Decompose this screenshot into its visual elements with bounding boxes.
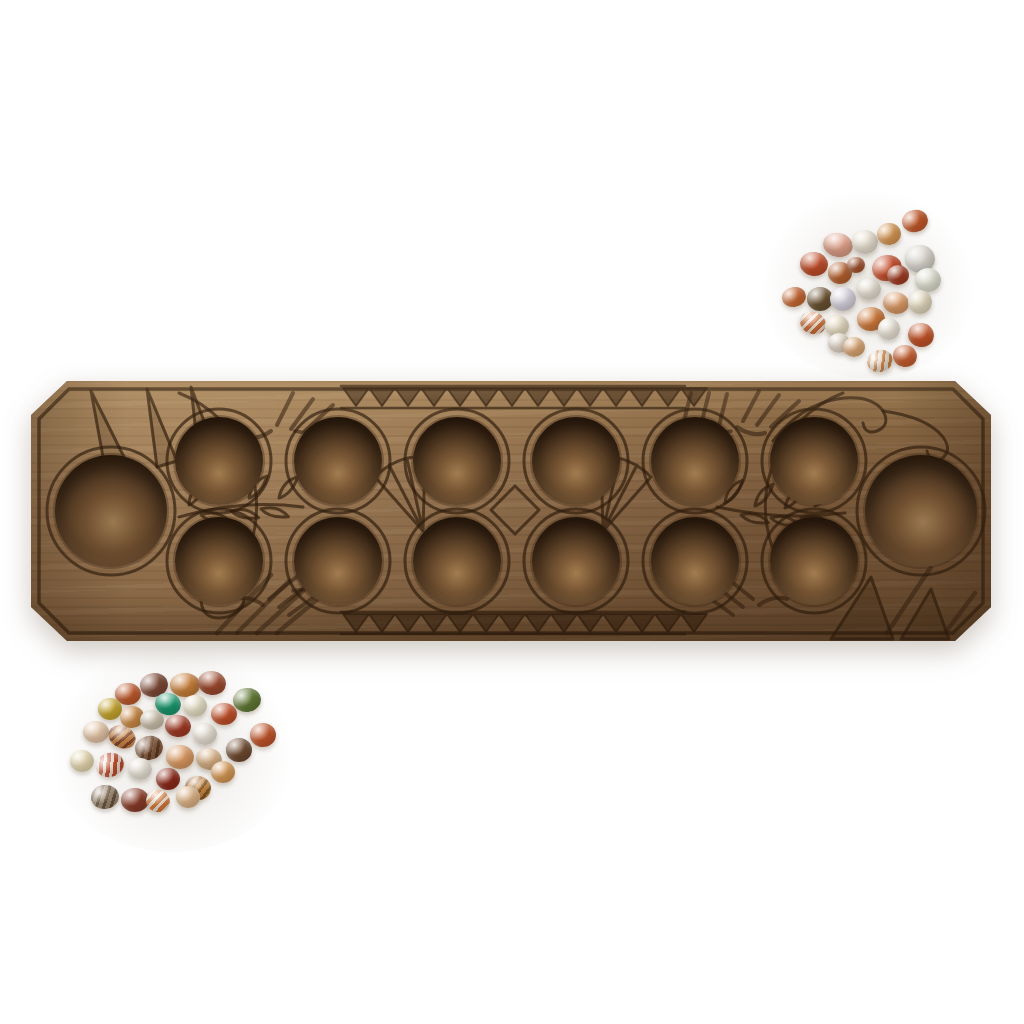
pit-north-6[interactable]	[770, 417, 858, 505]
seed-stone[interactable]	[878, 318, 900, 340]
stone-pile-top-right[interactable]	[768, 196, 968, 366]
seed-stone[interactable]	[183, 695, 207, 717]
seed-stone[interactable]	[908, 290, 932, 314]
store-left[interactable]	[55, 455, 167, 567]
seed-stone[interactable]	[193, 723, 217, 745]
pit-south-5[interactable]	[651, 517, 739, 605]
seed-stone[interactable]	[250, 723, 276, 747]
store-right[interactable]	[865, 455, 977, 567]
seed-stone[interactable]	[211, 761, 235, 783]
stone-pile-bottom-left[interactable]	[58, 650, 288, 840]
pit-north-3[interactable]	[413, 417, 501, 505]
seed-stone[interactable]	[843, 337, 865, 357]
seed-stone[interactable]	[211, 703, 237, 725]
seed-stone[interactable]	[852, 230, 878, 254]
seed-stone[interactable]	[830, 287, 856, 311]
mancala-board	[31, 381, 991, 641]
seed-stone[interactable]	[83, 721, 109, 743]
seed-stone[interactable]	[226, 738, 252, 762]
board-carvings	[31, 381, 991, 641]
seed-stone[interactable]	[915, 268, 941, 292]
seed-stone[interactable]	[70, 750, 94, 772]
pit-north-5[interactable]	[651, 417, 739, 505]
seed-stone[interactable]	[140, 710, 164, 730]
pit-north-4[interactable]	[532, 417, 620, 505]
seed-stone[interactable]	[857, 278, 881, 300]
board-wood-surface	[31, 381, 991, 641]
seed-stone[interactable]	[887, 265, 909, 285]
seed-stone[interactable]	[847, 257, 865, 273]
pit-south-1[interactable]	[175, 517, 263, 605]
pit-south-6[interactable]	[770, 517, 858, 605]
pit-north-1[interactable]	[175, 417, 263, 505]
pit-south-4[interactable]	[532, 517, 620, 605]
pit-south-2[interactable]	[294, 517, 382, 605]
pit-north-2[interactable]	[294, 417, 382, 505]
pit-south-3[interactable]	[413, 517, 501, 605]
seed-stone[interactable]	[98, 698, 122, 720]
seed-stone[interactable]	[176, 786, 200, 808]
seed-stone[interactable]	[156, 768, 180, 790]
seed-stone[interactable]	[166, 745, 194, 769]
seed-stone[interactable]	[170, 673, 200, 697]
mancala-product-photo	[0, 0, 1024, 1024]
seed-stone[interactable]	[128, 758, 152, 780]
